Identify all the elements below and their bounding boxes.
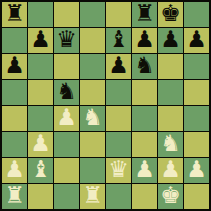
piece-black-rook[interactable]: ♜ <box>4 2 25 25</box>
square-c8[interactable] <box>54 2 79 27</box>
square-f1[interactable] <box>132 184 157 209</box>
square-e2[interactable]: ♛ <box>106 158 131 183</box>
piece-white-bishop[interactable]: ♝ <box>30 158 51 181</box>
piece-white-knight[interactable]: ♞ <box>82 106 103 129</box>
square-e4[interactable] <box>106 106 131 131</box>
piece-black-king[interactable]: ♚ <box>160 2 181 25</box>
square-e1[interactable] <box>106 184 131 209</box>
piece-black-queen[interactable]: ♛ <box>56 28 77 51</box>
square-b3[interactable]: ♟ <box>28 132 53 157</box>
square-h4[interactable] <box>184 106 209 131</box>
square-g3[interactable]: ♞ <box>158 132 183 157</box>
chess-board: ♜♜♚♟♛♝♟♟♟♟♟♞♞♟♞♟♞♟♝♛♟♟♟♜♜♚ <box>0 0 211 211</box>
square-g5[interactable] <box>158 80 183 105</box>
square-e5[interactable] <box>106 80 131 105</box>
square-f3[interactable] <box>132 132 157 157</box>
square-a3[interactable] <box>2 132 27 157</box>
square-d8[interactable] <box>80 2 105 27</box>
square-a5[interactable] <box>2 80 27 105</box>
square-c3[interactable] <box>54 132 79 157</box>
piece-black-pawn[interactable]: ♟ <box>134 28 155 51</box>
square-a8[interactable]: ♜ <box>2 2 27 27</box>
square-g2[interactable]: ♟ <box>158 158 183 183</box>
piece-white-knight[interactable]: ♞ <box>160 132 181 155</box>
square-e3[interactable] <box>106 132 131 157</box>
piece-white-pawn[interactable]: ♟ <box>30 132 51 155</box>
square-h2[interactable]: ♟ <box>184 158 209 183</box>
square-a6[interactable]: ♟ <box>2 54 27 79</box>
square-b2[interactable]: ♝ <box>28 158 53 183</box>
square-h8[interactable] <box>184 2 209 27</box>
square-a7[interactable] <box>2 28 27 53</box>
square-d3[interactable] <box>80 132 105 157</box>
square-h3[interactable] <box>184 132 209 157</box>
piece-black-knight[interactable]: ♞ <box>134 54 155 77</box>
piece-black-pawn[interactable]: ♟ <box>186 28 207 51</box>
square-c6[interactable] <box>54 54 79 79</box>
square-b4[interactable] <box>28 106 53 131</box>
square-g8[interactable]: ♚ <box>158 2 183 27</box>
piece-black-bishop[interactable]: ♝ <box>108 28 129 51</box>
square-f5[interactable] <box>132 80 157 105</box>
square-a1[interactable]: ♜ <box>2 184 27 209</box>
square-e7[interactable]: ♝ <box>106 28 131 53</box>
square-h5[interactable] <box>184 80 209 105</box>
square-d2[interactable] <box>80 158 105 183</box>
square-a4[interactable] <box>2 106 27 131</box>
square-b7[interactable]: ♟ <box>28 28 53 53</box>
square-d4[interactable]: ♞ <box>80 106 105 131</box>
piece-white-king[interactable]: ♚ <box>160 184 181 207</box>
piece-black-pawn[interactable]: ♟ <box>30 28 51 51</box>
square-b8[interactable] <box>28 2 53 27</box>
square-c5[interactable]: ♞ <box>54 80 79 105</box>
piece-black-rook[interactable]: ♜ <box>134 2 155 25</box>
square-f2[interactable]: ♟ <box>132 158 157 183</box>
square-g7[interactable]: ♟ <box>158 28 183 53</box>
piece-white-pawn[interactable]: ♟ <box>134 158 155 181</box>
piece-black-pawn[interactable]: ♟ <box>4 54 25 77</box>
square-c4[interactable]: ♟ <box>54 106 79 131</box>
square-f6[interactable]: ♞ <box>132 54 157 79</box>
piece-white-queen[interactable]: ♛ <box>108 158 129 181</box>
square-f7[interactable]: ♟ <box>132 28 157 53</box>
piece-black-pawn[interactable]: ♟ <box>108 54 129 77</box>
square-h6[interactable] <box>184 54 209 79</box>
square-g4[interactable] <box>158 106 183 131</box>
square-g6[interactable] <box>158 54 183 79</box>
square-d7[interactable] <box>80 28 105 53</box>
piece-white-rook[interactable]: ♜ <box>82 184 103 207</box>
piece-white-pawn[interactable]: ♟ <box>56 106 77 129</box>
square-e6[interactable]: ♟ <box>106 54 131 79</box>
square-f4[interactable] <box>132 106 157 131</box>
piece-black-pawn[interactable]: ♟ <box>160 28 181 51</box>
square-b6[interactable] <box>28 54 53 79</box>
piece-black-knight[interactable]: ♞ <box>56 80 77 103</box>
square-c2[interactable] <box>54 158 79 183</box>
square-d1[interactable]: ♜ <box>80 184 105 209</box>
square-c1[interactable] <box>54 184 79 209</box>
square-e8[interactable] <box>106 2 131 27</box>
piece-white-pawn[interactable]: ♟ <box>4 158 25 181</box>
square-d5[interactable] <box>80 80 105 105</box>
square-a2[interactable]: ♟ <box>2 158 27 183</box>
square-g1[interactable]: ♚ <box>158 184 183 209</box>
square-d6[interactable] <box>80 54 105 79</box>
square-b5[interactable] <box>28 80 53 105</box>
square-h7[interactable]: ♟ <box>184 28 209 53</box>
piece-white-pawn[interactable]: ♟ <box>186 158 207 181</box>
piece-white-rook[interactable]: ♜ <box>4 184 25 207</box>
square-h1[interactable] <box>184 184 209 209</box>
piece-white-pawn[interactable]: ♟ <box>160 158 181 181</box>
square-b1[interactable] <box>28 184 53 209</box>
square-f8[interactable]: ♜ <box>132 2 157 27</box>
square-c7[interactable]: ♛ <box>54 28 79 53</box>
